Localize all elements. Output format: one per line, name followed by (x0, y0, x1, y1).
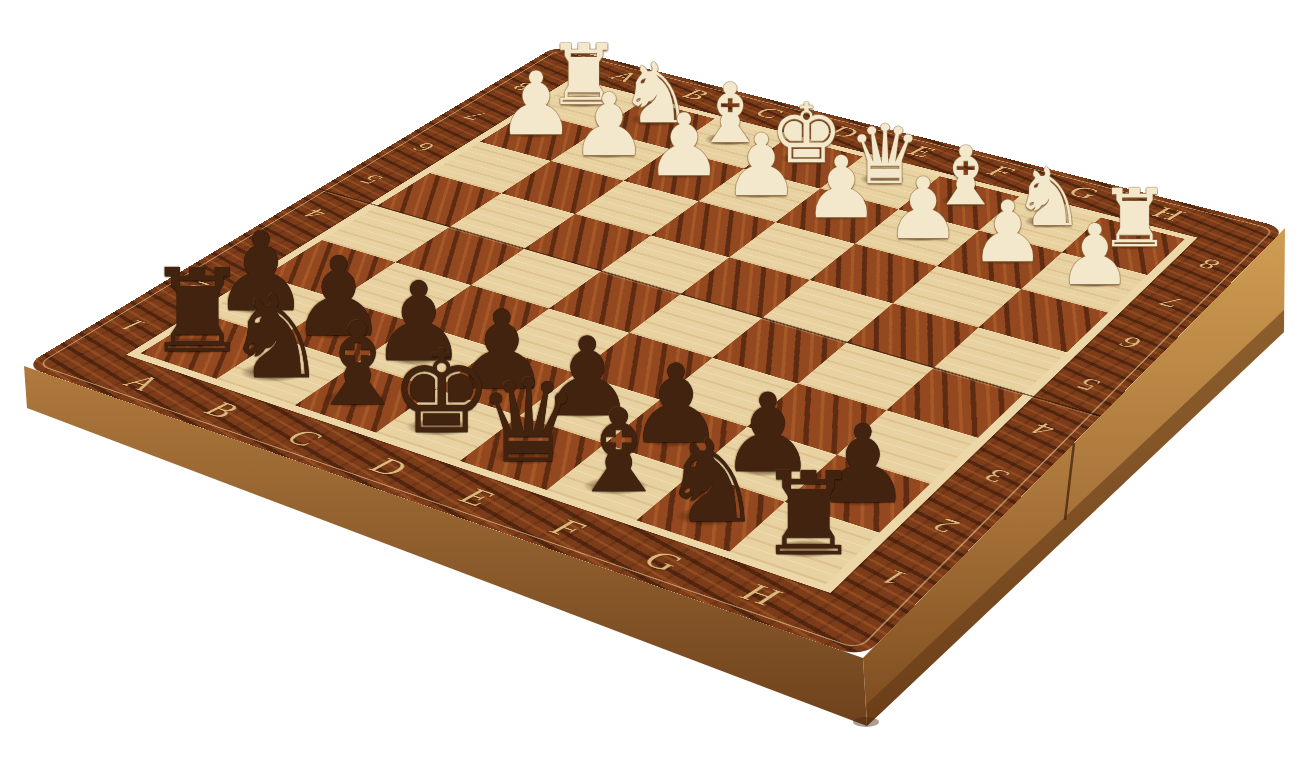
chess-set-photo: ABCDEFGHABCDEFGH8765432187654321 ♜♞♝♚♛♝♞… (0, 0, 1300, 768)
box-corner-foot (853, 717, 879, 727)
